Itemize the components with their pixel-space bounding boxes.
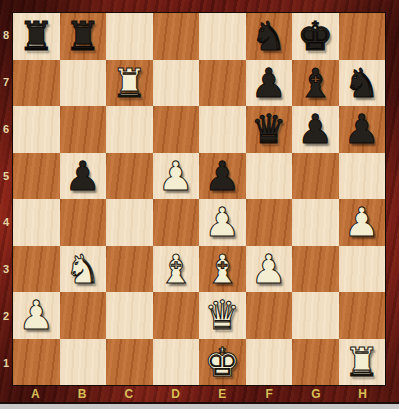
square-h3[interactable] — [339, 246, 386, 293]
square-d3[interactable]: ♝ — [153, 246, 200, 293]
square-e4[interactable]: ♟ — [199, 199, 246, 246]
piece-white-pawn[interactable]: ♟ — [344, 202, 380, 242]
rank-label-6: 6 — [0, 106, 12, 153]
piece-black-rook[interactable]: ♜ — [65, 16, 101, 56]
square-g7[interactable]: ♝ — [292, 60, 339, 107]
square-e8[interactable] — [199, 13, 246, 60]
square-b3[interactable]: ♞ — [60, 246, 107, 293]
board-frame: ♜♜♞♚♜♟♝♞♛♟♟♟♟♟♟♟♞♝♝♟♟♛♚♜ 87654321 ABCDEF… — [0, 0, 399, 404]
square-e5[interactable]: ♟ — [199, 153, 246, 200]
rank-label-7: 7 — [0, 59, 12, 106]
piece-black-pawn[interactable]: ♟ — [65, 156, 101, 196]
piece-white-queen[interactable]: ♛ — [204, 295, 240, 335]
square-f6[interactable]: ♛ — [246, 106, 293, 153]
piece-black-pawn[interactable]: ♟ — [251, 63, 287, 103]
piece-black-king[interactable]: ♚ — [297, 16, 333, 56]
square-h6[interactable]: ♟ — [339, 106, 386, 153]
file-labels: ABCDEFGH — [12, 385, 386, 402]
square-d7[interactable] — [153, 60, 200, 107]
square-g5[interactable] — [292, 153, 339, 200]
rank-label-4: 4 — [0, 199, 12, 246]
file-label-d: D — [152, 385, 199, 402]
file-label-c: C — [106, 385, 153, 402]
piece-white-bishop[interactable]: ♝ — [158, 249, 194, 289]
square-a8[interactable]: ♜ — [13, 13, 60, 60]
piece-white-pawn[interactable]: ♟ — [251, 249, 287, 289]
square-c4[interactable] — [106, 199, 153, 246]
square-d8[interactable] — [153, 13, 200, 60]
piece-white-pawn[interactable]: ♟ — [204, 202, 240, 242]
square-b7[interactable] — [60, 60, 107, 107]
piece-black-pawn[interactable]: ♟ — [344, 109, 380, 149]
piece-white-rook[interactable]: ♜ — [111, 63, 147, 103]
square-d1[interactable] — [153, 339, 200, 386]
square-b2[interactable] — [60, 292, 107, 339]
piece-black-knight[interactable]: ♞ — [251, 16, 287, 56]
piece-black-rook[interactable]: ♜ — [18, 16, 54, 56]
window-edge-strip — [0, 404, 399, 409]
piece-black-knight[interactable]: ♞ — [344, 63, 380, 103]
file-label-b: B — [59, 385, 106, 402]
piece-white-rook[interactable]: ♜ — [344, 342, 380, 382]
square-f8[interactable]: ♞ — [246, 13, 293, 60]
piece-white-pawn[interactable]: ♟ — [158, 156, 194, 196]
square-f1[interactable] — [246, 339, 293, 386]
rank-label-1: 1 — [0, 339, 12, 386]
piece-white-bishop[interactable]: ♝ — [204, 249, 240, 289]
square-c5[interactable] — [106, 153, 153, 200]
square-h2[interactable] — [339, 292, 386, 339]
square-f3[interactable]: ♟ — [246, 246, 293, 293]
square-f5[interactable] — [246, 153, 293, 200]
square-f2[interactable] — [246, 292, 293, 339]
square-c8[interactable] — [106, 13, 153, 60]
file-label-a: A — [12, 385, 59, 402]
piece-black-pawn[interactable]: ♟ — [297, 109, 333, 149]
square-d4[interactable] — [153, 199, 200, 246]
square-c2[interactable] — [106, 292, 153, 339]
piece-white-pawn[interactable]: ♟ — [18, 295, 54, 335]
square-g3[interactable] — [292, 246, 339, 293]
square-h4[interactable]: ♟ — [339, 199, 386, 246]
square-h8[interactable] — [339, 13, 386, 60]
square-a1[interactable] — [13, 339, 60, 386]
square-d2[interactable] — [153, 292, 200, 339]
square-f7[interactable]: ♟ — [246, 60, 293, 107]
square-b1[interactable] — [60, 339, 107, 386]
square-g4[interactable] — [292, 199, 339, 246]
square-c1[interactable] — [106, 339, 153, 386]
square-b6[interactable] — [60, 106, 107, 153]
square-e1[interactable]: ♚ — [199, 339, 246, 386]
rank-labels: 87654321 — [0, 12, 12, 386]
square-g8[interactable]: ♚ — [292, 13, 339, 60]
piece-white-king[interactable]: ♚ — [204, 342, 240, 382]
square-a7[interactable] — [13, 60, 60, 107]
square-h5[interactable] — [339, 153, 386, 200]
square-g6[interactable]: ♟ — [292, 106, 339, 153]
square-a3[interactable] — [13, 246, 60, 293]
square-b4[interactable] — [60, 199, 107, 246]
rank-label-8: 8 — [0, 12, 12, 59]
square-b5[interactable]: ♟ — [60, 153, 107, 200]
square-d5[interactable]: ♟ — [153, 153, 200, 200]
square-b8[interactable]: ♜ — [60, 13, 107, 60]
square-e3[interactable]: ♝ — [199, 246, 246, 293]
square-g2[interactable] — [292, 292, 339, 339]
square-h7[interactable]: ♞ — [339, 60, 386, 107]
chess-board: ♜♜♞♚♜♟♝♞♛♟♟♟♟♟♟♟♞♝♝♟♟♛♚♜ — [12, 12, 386, 386]
square-e2[interactable]: ♛ — [199, 292, 246, 339]
file-label-g: G — [293, 385, 340, 402]
rank-label-3: 3 — [0, 246, 12, 293]
file-label-e: E — [199, 385, 246, 402]
square-a6[interactable] — [13, 106, 60, 153]
square-d6[interactable] — [153, 106, 200, 153]
rank-label-5: 5 — [0, 152, 12, 199]
file-label-f: F — [246, 385, 293, 402]
square-f4[interactable] — [246, 199, 293, 246]
piece-black-pawn[interactable]: ♟ — [204, 156, 240, 196]
piece-black-bishop[interactable]: ♝ — [297, 63, 333, 103]
square-c6[interactable] — [106, 106, 153, 153]
file-label-h: H — [339, 385, 386, 402]
square-a2[interactable]: ♟ — [13, 292, 60, 339]
square-c7[interactable]: ♜ — [106, 60, 153, 107]
square-c3[interactable] — [106, 246, 153, 293]
piece-black-queen[interactable]: ♛ — [251, 109, 287, 149]
rank-label-2: 2 — [0, 293, 12, 340]
piece-white-knight[interactable]: ♞ — [65, 249, 101, 289]
square-h1[interactable]: ♜ — [339, 339, 386, 386]
square-a4[interactable] — [13, 199, 60, 246]
square-e7[interactable] — [199, 60, 246, 107]
square-e6[interactable] — [199, 106, 246, 153]
square-a5[interactable] — [13, 153, 60, 200]
square-g1[interactable] — [292, 339, 339, 386]
